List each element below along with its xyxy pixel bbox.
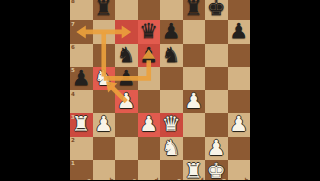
white-king-g1[interactable]: ♚ xyxy=(205,160,228,180)
square-f4[interactable]: ♟ xyxy=(183,90,206,113)
square-e2[interactable]: ♞ xyxy=(160,137,183,160)
square-f1[interactable]: f♜ xyxy=(183,160,206,180)
white-knight-b5[interactable]: ♞ xyxy=(93,67,116,90)
square-f8[interactable]: ♜ xyxy=(183,0,206,20)
square-f2[interactable] xyxy=(183,137,206,160)
square-d4[interactable] xyxy=(138,90,161,113)
square-a8[interactable]: 8 xyxy=(70,0,93,20)
square-e7[interactable]: ♟ xyxy=(160,20,183,43)
file-label-d: d xyxy=(155,177,159,181)
square-b1[interactable]: b xyxy=(93,160,116,180)
square-c1[interactable]: c xyxy=(115,160,138,180)
square-c5[interactable]: ♟ xyxy=(115,67,138,90)
square-h5[interactable] xyxy=(228,67,251,90)
square-a4[interactable]: 4 xyxy=(70,90,93,113)
rank-label-7: 7 xyxy=(71,21,75,27)
square-e6[interactable]: ♞ xyxy=(160,44,183,67)
square-c4[interactable]: ♟ xyxy=(115,90,138,113)
square-c6[interactable]: ♞ xyxy=(115,44,138,67)
white-pawn-b3[interactable]: ♟ xyxy=(93,113,116,136)
square-a6[interactable]: 6 xyxy=(70,44,93,67)
white-pawn-c4[interactable]: ♟ xyxy=(115,90,138,113)
square-h7[interactable]: ♟ xyxy=(228,20,251,43)
square-d6[interactable]: ♟ xyxy=(138,44,161,67)
square-e1[interactable]: e xyxy=(160,160,183,180)
square-e5[interactable] xyxy=(160,67,183,90)
square-g3[interactable] xyxy=(205,113,228,136)
rank-label-6: 6 xyxy=(71,44,75,50)
square-h3[interactable]: ♟ xyxy=(228,113,251,136)
square-d2[interactable] xyxy=(138,137,161,160)
black-pawn-a5[interactable]: ♟ xyxy=(70,67,93,90)
black-king-g8[interactable]: ♚ xyxy=(205,0,228,20)
white-pawn-f4[interactable]: ♟ xyxy=(183,90,206,113)
white-rook-f1[interactable]: ♜ xyxy=(183,160,206,180)
white-rook-a3[interactable]: ♜ xyxy=(70,113,93,136)
black-rook-b8[interactable]: ♜ xyxy=(93,0,116,20)
file-label-e: e xyxy=(177,177,181,181)
square-a1[interactable]: 1a xyxy=(70,160,93,180)
black-knight-c6[interactable]: ♞ xyxy=(115,44,138,67)
white-pawn-d3[interactable]: ♟ xyxy=(138,113,161,136)
rank-label-2: 2 xyxy=(71,137,75,143)
square-g2[interactable]: ♟ xyxy=(205,137,228,160)
square-b8[interactable]: ♜ xyxy=(93,0,116,20)
square-e4[interactable] xyxy=(160,90,183,113)
rank-label-8: 8 xyxy=(71,0,75,4)
square-d1[interactable]: d xyxy=(138,160,161,180)
rank-label-1: 1 xyxy=(71,160,75,166)
black-pawn-c5[interactable]: ♟ xyxy=(115,67,138,90)
black-pawn-h7[interactable]: ♟ xyxy=(228,20,251,43)
square-g6[interactable] xyxy=(205,44,228,67)
square-b2[interactable] xyxy=(93,137,116,160)
square-b5[interactable]: ♞ xyxy=(93,67,116,90)
square-f3[interactable] xyxy=(183,113,206,136)
square-h1[interactable]: h xyxy=(228,160,251,180)
white-pawn-h3[interactable]: ♟ xyxy=(228,113,251,136)
square-a5[interactable]: 5♟ xyxy=(70,67,93,90)
square-g7[interactable] xyxy=(205,20,228,43)
black-pawn-e7[interactable]: ♟ xyxy=(160,20,183,43)
file-label-a: a xyxy=(87,177,91,181)
square-a2[interactable]: 2 xyxy=(70,137,93,160)
square-d3[interactable]: ♟ xyxy=(138,113,161,136)
square-g4[interactable] xyxy=(205,90,228,113)
square-h8[interactable] xyxy=(228,0,251,20)
square-b6[interactable] xyxy=(93,44,116,67)
square-f5[interactable] xyxy=(183,67,206,90)
square-g8[interactable]: ♚ xyxy=(205,0,228,20)
square-e8[interactable] xyxy=(160,0,183,20)
black-knight-e6[interactable]: ♞ xyxy=(160,44,183,67)
square-d8[interactable] xyxy=(138,0,161,20)
square-c8[interactable] xyxy=(115,0,138,20)
square-c2[interactable] xyxy=(115,137,138,160)
black-rook-f8[interactable]: ♜ xyxy=(183,0,206,20)
square-f6[interactable] xyxy=(183,44,206,67)
black-pawn-d6[interactable]: ♟ xyxy=(138,44,161,67)
square-c7[interactable] xyxy=(115,20,138,43)
square-h6[interactable] xyxy=(228,44,251,67)
square-d5[interactable] xyxy=(138,67,161,90)
white-pawn-g2[interactable]: ♟ xyxy=(205,137,228,160)
black-queen-d7[interactable]: ♛ xyxy=(138,20,161,43)
square-e3[interactable]: ♛ xyxy=(160,113,183,136)
letterbox-left xyxy=(0,0,70,180)
square-g5[interactable] xyxy=(205,67,228,90)
square-b7[interactable] xyxy=(93,20,116,43)
file-label-h: h xyxy=(245,177,249,181)
square-c3[interactable] xyxy=(115,113,138,136)
rank-label-4: 4 xyxy=(71,91,75,97)
video-frame: 8♜♜♚7♛♟♟6♞♟♞5♟♞♟4♟♟3♜♟♟♛♟2♞♟1abcdef♜g♚h xyxy=(0,0,320,180)
file-label-b: b xyxy=(110,177,114,181)
letterbox-right xyxy=(250,0,320,180)
square-b4[interactable] xyxy=(93,90,116,113)
white-knight-e2[interactable]: ♞ xyxy=(160,137,183,160)
white-queen-e3[interactable]: ♛ xyxy=(160,113,183,136)
chess-board: 8♜♜♚7♛♟♟6♞♟♞5♟♞♟4♟♟3♜♟♟♛♟2♞♟1abcdef♜g♚h xyxy=(70,0,250,180)
square-d7[interactable]: ♛ xyxy=(138,20,161,43)
file-label-c: c xyxy=(133,177,136,181)
square-b3[interactable]: ♟ xyxy=(93,113,116,136)
square-a3[interactable]: 3♜ xyxy=(70,113,93,136)
square-h4[interactable] xyxy=(228,90,251,113)
square-g1[interactable]: g♚ xyxy=(205,160,228,180)
square-a7[interactable]: 7 xyxy=(70,20,93,43)
square-f7[interactable] xyxy=(183,20,206,43)
square-h2[interactable] xyxy=(228,137,251,160)
